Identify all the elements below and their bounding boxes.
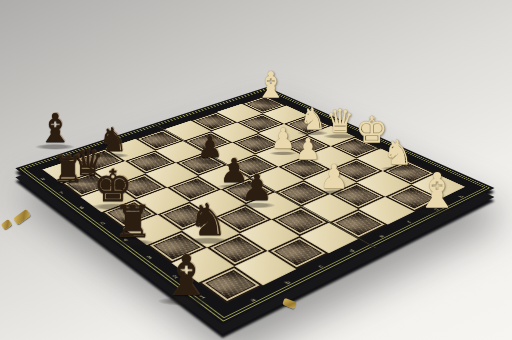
white-bishop-h2[interactable]: ♝	[415, 166, 458, 214]
white-pawn-g5[interactable]: ♟	[295, 135, 321, 164]
black-pawn-e5[interactable]: ♟	[241, 170, 273, 206]
photo-backdrop: 87654321 abcdefgh ♝♞♛♜♚♜♞♝♟♟♟♝♞♛♚♞♝♟♟♟	[0, 0, 512, 340]
brass-clasp-icon	[282, 298, 297, 309]
black-bishop-b8[interactable]: ♝	[37, 108, 73, 148]
white-knight-h4[interactable]: ♞	[383, 135, 413, 169]
white-pawn-g6[interactable]: ♟	[270, 125, 295, 153]
black-bishop-d2[interactable]: ♝	[161, 248, 211, 304]
brass-hinge-icon	[1, 219, 12, 230]
black-rook-c4[interactable]: ♜	[113, 200, 152, 244]
white-queen-h6[interactable]: ♛	[326, 105, 355, 137]
white-bishop-h8[interactable]: ♝	[255, 67, 287, 103]
white-knight-h7[interactable]: ♞	[300, 104, 327, 134]
brass-hinge-icon	[13, 209, 31, 225]
black-rook-a6[interactable]: ♜	[51, 151, 84, 188]
black-knight-f4[interactable]: ♞	[188, 198, 227, 242]
white-pawn-g4[interactable]: ♟	[319, 160, 349, 193]
